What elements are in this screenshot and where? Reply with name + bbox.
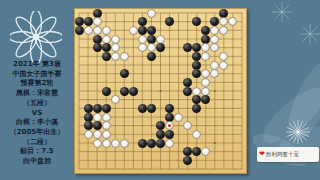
black-stone (138, 17, 147, 26)
black-stone (84, 104, 93, 113)
white-stone (201, 52, 210, 61)
black-stone (120, 69, 129, 78)
flower-logo-icon (10, 11, 62, 63)
white-stone (93, 26, 102, 35)
white-stone (210, 43, 219, 52)
black-stone (192, 17, 201, 26)
black-stone (156, 43, 165, 52)
white-stone (102, 26, 111, 35)
white-stone (210, 61, 219, 70)
white-stone (93, 17, 102, 26)
white-birth-line: （2005年出生） (0, 128, 74, 138)
black-stone (210, 17, 219, 26)
white-stone (111, 52, 120, 61)
black-stone (147, 104, 156, 113)
white-stone (201, 87, 210, 96)
white-stone (201, 69, 210, 78)
match-info-panel: 2021年 第3届 中国女子国手赛 预赛第2轮 黑棋：宋容慧 （五段） VS 白… (0, 60, 74, 167)
white-stone (201, 147, 210, 156)
watermark-text: 胜利鸽签十景 (266, 151, 299, 158)
white-stone (102, 121, 111, 130)
event-name-line: 中国女子国手赛 (0, 70, 74, 80)
black-stone (192, 52, 201, 61)
white-stone (156, 35, 165, 44)
white-stone (138, 35, 147, 44)
white-stone (219, 61, 228, 70)
white-stone (228, 17, 237, 26)
white-stone (84, 130, 93, 139)
black-stone (138, 139, 147, 148)
black-stone (156, 121, 165, 130)
white-stone (93, 130, 102, 139)
komi-line: 贴目：7.5 (0, 147, 74, 157)
black-stone (201, 95, 210, 104)
black-rank-line: （五段） (0, 99, 74, 109)
black-stone (75, 17, 84, 26)
go-board (74, 8, 247, 174)
white-stone (192, 87, 201, 96)
white-stone (219, 26, 228, 35)
black-stone (201, 26, 210, 35)
black-stone (138, 104, 147, 113)
black-stone (183, 43, 192, 52)
white-stone (102, 139, 111, 148)
white-stone (174, 113, 183, 122)
white-stone (138, 43, 147, 52)
white-stone (120, 52, 129, 61)
white-rank-line: （二段） (0, 138, 74, 148)
black-stone (93, 9, 102, 18)
black-stone (138, 26, 147, 35)
white-stone (183, 121, 192, 130)
white-stone (165, 139, 174, 148)
white-stone (210, 35, 219, 44)
vs-line: VS (0, 109, 74, 119)
black-stone (129, 87, 138, 96)
starburst-icon (284, 118, 312, 146)
black-stone (192, 61, 201, 70)
white-stone (111, 139, 120, 148)
white-player-line: 白棋：李小溪 (0, 118, 74, 128)
white-stone (111, 95, 120, 104)
black-stone (156, 130, 165, 139)
black-stone (93, 121, 102, 130)
white-stone (219, 52, 228, 61)
black-stone (165, 130, 174, 139)
black-stone (75, 26, 84, 35)
black-stone (192, 104, 201, 113)
black-stone (120, 87, 129, 96)
black-stone (201, 35, 210, 44)
black-stone (84, 17, 93, 26)
video-frame: 2021年 第3届 中国女子国手赛 预赛第2轮 黑棋：宋容慧 （五段） VS 白… (0, 0, 320, 180)
black-stone (93, 104, 102, 113)
white-stone (102, 113, 111, 122)
black-stone (165, 113, 174, 122)
black-stone (102, 43, 111, 52)
white-stone (147, 43, 156, 52)
white-stone (147, 9, 156, 18)
white-stone (129, 26, 138, 35)
black-stone (84, 113, 93, 122)
black-stone (147, 35, 156, 44)
white-stone (201, 78, 210, 87)
black-stone (183, 147, 192, 156)
black-stone (156, 139, 165, 148)
heart-icon: ❤ (259, 151, 265, 158)
white-stone (111, 43, 120, 52)
white-stone (102, 35, 111, 44)
white-stone (102, 130, 111, 139)
black-stone (192, 147, 201, 156)
black-stone (84, 121, 93, 130)
black-stone (147, 52, 156, 61)
black-stone (192, 43, 201, 52)
black-stone (147, 26, 156, 35)
white-stone (201, 43, 210, 52)
white-stone (111, 35, 120, 44)
white-stone (219, 17, 228, 26)
black-stone (93, 35, 102, 44)
black-stone (102, 52, 111, 61)
black-stone (219, 9, 228, 18)
black-stone (183, 156, 192, 165)
round-line: 预赛第2轮 (0, 79, 74, 89)
black-stone (102, 104, 111, 113)
white-stone (210, 69, 219, 78)
result-line: 白中盘胜 (0, 157, 74, 167)
event-year-line: 2021年 第3届 (0, 60, 74, 70)
black-stone (102, 87, 111, 96)
white-stone (120, 139, 129, 148)
black-stone (183, 87, 192, 96)
black-stone (93, 43, 102, 52)
black-stone (192, 69, 201, 78)
white-stone (84, 26, 93, 35)
channel-watermark: ❤ 胜利鸽签十景 (257, 147, 319, 162)
black-stone (165, 17, 174, 26)
black-stone (147, 139, 156, 148)
black-stone (192, 95, 201, 104)
white-stone (210, 26, 219, 35)
go-board-stones (74, 8, 247, 174)
white-stone (93, 113, 102, 122)
black-player-line: 黑棋：宋容慧 (0, 89, 74, 99)
black-stone (183, 78, 192, 87)
black-stone (165, 104, 174, 113)
sparkle-icon (268, 0, 320, 46)
white-stone (165, 121, 174, 130)
white-stone (192, 130, 201, 139)
white-stone (93, 139, 102, 148)
